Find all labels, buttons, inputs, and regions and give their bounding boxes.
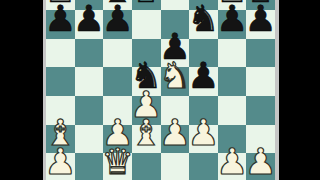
square-d3: ♝ [132, 125, 161, 154]
square-c6 [103, 39, 132, 68]
square-b6 [75, 39, 104, 68]
square-h2: ♟ [246, 153, 275, 180]
square-g6 [218, 39, 247, 68]
black-pawn-c7: ♟ [101, 1, 133, 39]
square-g2: ♟ [218, 153, 247, 180]
square-a2: ♟ [46, 153, 75, 180]
square-d7 [132, 10, 161, 39]
white-bishop-d3: ♝ [130, 115, 162, 153]
square-e3: ♟ [161, 125, 190, 154]
square-c7: ♟ [103, 10, 132, 39]
square-g4 [218, 96, 247, 125]
square-h5 [246, 67, 275, 96]
square-b4 [75, 96, 104, 125]
square-f3: ♟ [189, 125, 218, 154]
square-b7: ♟ [75, 10, 104, 39]
black-queen-d8: ♛ [130, 0, 162, 10]
square-c2: ♛ [103, 153, 132, 180]
white-pawn-a2: ♟ [44, 144, 76, 180]
black-pawn-h7: ♟ [245, 1, 277, 39]
square-c5 [103, 67, 132, 96]
white-pawn-e3: ♟ [159, 115, 191, 153]
white-pawn-h2: ♟ [245, 144, 277, 180]
square-g7: ♟ [218, 10, 247, 39]
square-h7: ♟ [246, 10, 275, 39]
square-g5 [218, 67, 247, 96]
square-h4 [246, 96, 275, 125]
square-f2 [189, 153, 218, 180]
square-e5: ♞ [161, 67, 190, 96]
black-knight-f7: ♞ [187, 1, 219, 39]
square-b5 [75, 67, 104, 96]
square-e8 [161, 0, 190, 10]
square-e2 [161, 153, 190, 180]
black-pawn-f5: ♟ [187, 58, 219, 96]
square-a7: ♟ [46, 10, 75, 39]
black-pawn-a7: ♟ [44, 1, 76, 39]
white-queen-c2: ♛ [101, 144, 133, 180]
square-b3 [75, 125, 104, 154]
square-h6 [246, 39, 275, 68]
white-pawn-g2: ♟ [216, 144, 248, 180]
square-d2 [132, 153, 161, 180]
square-f5: ♟ [189, 67, 218, 96]
square-f7: ♞ [189, 10, 218, 39]
square-d8: ♛ [132, 0, 161, 10]
white-pawn-f3: ♟ [187, 115, 219, 153]
square-a5 [46, 67, 75, 96]
chess-video-frame: ♜♝♛♜♚♟♟♟♞♟♟♟♞♞♟♟♝♟♝♟♟♟♛♟♟ [0, 0, 320, 180]
square-b2 [75, 153, 104, 180]
black-pawn-g7: ♟ [216, 1, 248, 39]
chess-board: ♜♝♛♜♚♟♟♟♞♟♟♟♞♞♟♟♝♟♝♟♟♟♛♟♟ [46, 0, 275, 180]
black-pawn-b7: ♟ [73, 1, 105, 39]
white-knight-e5: ♞ [159, 58, 191, 96]
square-a6 [46, 39, 75, 68]
